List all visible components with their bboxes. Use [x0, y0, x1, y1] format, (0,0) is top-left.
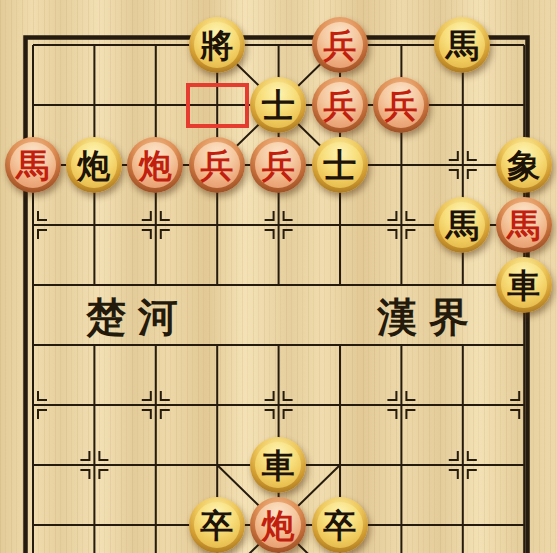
piece-glyph: 兵 — [323, 29, 356, 62]
piece-face: 炮 — [255, 502, 301, 548]
point-0-8[interactable] — [2, 495, 63, 553]
point-3-1[interactable] — [186, 75, 247, 135]
point-8-5[interactable] — [493, 315, 554, 375]
piece-red-soldier[interactable]: 兵 — [189, 137, 245, 193]
point-4-4[interactable] — [248, 255, 309, 315]
piece-glyph: 士 — [323, 149, 356, 182]
point-8-0[interactable] — [493, 15, 554, 75]
piece-black-general[interactable]: 將 — [189, 17, 245, 73]
point-4-1[interactable]: 士 — [248, 75, 309, 135]
piece-face: 兵 — [317, 22, 363, 68]
piece-face: 將 — [194, 22, 240, 68]
point-5-0[interactable]: 兵 — [309, 15, 370, 75]
point-7-5[interactable] — [432, 315, 493, 375]
point-6-7[interactable] — [370, 435, 431, 495]
point-5-8[interactable]: 卒 — [309, 495, 370, 553]
piece-glyph: 將 — [200, 29, 233, 62]
point-6-1[interactable]: 兵 — [370, 75, 431, 135]
piece-face: 炮 — [132, 142, 178, 188]
point-1-7[interactable] — [63, 435, 124, 495]
point-0-1[interactable] — [2, 75, 63, 135]
point-4-6[interactable] — [248, 375, 309, 435]
piece-face: 馬 — [501, 202, 547, 248]
point-6-3[interactable] — [370, 195, 431, 255]
piece-glyph: 兵 — [385, 89, 418, 122]
point-8-1[interactable] — [493, 75, 554, 135]
piece-glyph: 馬 — [16, 149, 49, 182]
point-3-5[interactable] — [186, 315, 247, 375]
point-1-8[interactable] — [63, 495, 124, 553]
piece-red-horse[interactable]: 馬 — [496, 197, 552, 253]
point-4-3[interactable] — [248, 195, 309, 255]
piece-glyph: 馬 — [507, 209, 540, 242]
piece-glyph: 象 — [507, 149, 540, 182]
point-7-4[interactable] — [432, 255, 493, 315]
point-2-8[interactable] — [125, 495, 186, 553]
point-5-5[interactable] — [309, 315, 370, 375]
piece-face: 兵 — [378, 82, 424, 128]
piece-glyph: 士 — [262, 89, 295, 122]
point-6-2[interactable] — [370, 135, 431, 195]
piece-glyph: 炮 — [262, 509, 295, 542]
point-3-2[interactable]: 兵 — [186, 135, 247, 195]
piece-red-soldier[interactable]: 兵 — [373, 77, 429, 133]
piece-face: 兵 — [255, 142, 301, 188]
piece-black-advisor[interactable]: 士 — [250, 77, 306, 133]
point-8-8[interactable] — [493, 495, 554, 553]
point-5-2[interactable]: 士 — [309, 135, 370, 195]
point-0-2[interactable]: 馬 — [2, 135, 63, 195]
point-0-7[interactable] — [2, 435, 63, 495]
piece-black-elephant[interactable]: 象 — [496, 137, 552, 193]
piece-face: 馬 — [439, 22, 485, 68]
piece-glyph: 馬 — [446, 209, 479, 242]
piece-red-cannon[interactable]: 炮 — [127, 137, 183, 193]
piece-glyph: 炮 — [78, 149, 111, 182]
point-8-6[interactable] — [493, 375, 554, 435]
point-7-2[interactable] — [432, 135, 493, 195]
point-8-4[interactable]: 車 — [493, 255, 554, 315]
piece-face: 象 — [501, 142, 547, 188]
piece-face: 馬 — [439, 202, 485, 248]
point-1-6[interactable] — [63, 375, 124, 435]
piece-glyph: 車 — [262, 449, 295, 482]
piece-glyph: 馬 — [446, 29, 479, 62]
piece-black-advisor[interactable]: 士 — [312, 137, 368, 193]
point-7-1[interactable] — [432, 75, 493, 135]
piece-glyph: 車 — [507, 269, 540, 302]
piece-red-cannon[interactable]: 炮 — [250, 497, 306, 553]
point-0-3[interactable] — [2, 195, 63, 255]
point-3-7[interactable] — [186, 435, 247, 495]
point-2-2[interactable]: 炮 — [125, 135, 186, 195]
piece-face: 車 — [501, 262, 547, 308]
point-6-4[interactable] — [370, 255, 431, 315]
point-5-6[interactable] — [309, 375, 370, 435]
piece-glyph: 兵 — [323, 89, 356, 122]
point-6-0[interactable] — [370, 15, 431, 75]
piece-glyph: 炮 — [139, 149, 172, 182]
piece-black-soldier[interactable]: 卒 — [312, 497, 368, 553]
point-3-4[interactable] — [186, 255, 247, 315]
point-7-3[interactable]: 馬 — [432, 195, 493, 255]
point-7-6[interactable] — [432, 375, 493, 435]
piece-glyph: 卒 — [200, 509, 233, 542]
point-7-8[interactable] — [432, 495, 493, 553]
point-4-2[interactable]: 兵 — [248, 135, 309, 195]
piece-black-horse[interactable]: 馬 — [434, 17, 490, 73]
piece-face: 士 — [317, 142, 363, 188]
point-2-0[interactable] — [125, 15, 186, 75]
piece-face: 士 — [255, 82, 301, 128]
point-5-3[interactable] — [309, 195, 370, 255]
board-points: 將兵馬士兵兵馬炮炮兵兵士象馬馬車車卒炮卒 — [2, 15, 555, 553]
point-5-4[interactable] — [309, 255, 370, 315]
point-5-1[interactable]: 兵 — [309, 75, 370, 135]
piece-red-soldier[interactable]: 兵 — [312, 77, 368, 133]
piece-face: 馬 — [10, 142, 56, 188]
piece-face: 卒 — [317, 502, 363, 548]
point-1-4[interactable] — [63, 255, 124, 315]
piece-face: 車 — [255, 442, 301, 488]
point-1-0[interactable] — [63, 15, 124, 75]
point-2-3[interactable] — [125, 195, 186, 255]
point-7-7[interactable] — [432, 435, 493, 495]
piece-black-chariot[interactable]: 車 — [496, 257, 552, 313]
piece-black-horse[interactable]: 馬 — [434, 197, 490, 253]
point-2-6[interactable] — [125, 375, 186, 435]
point-1-2[interactable]: 炮 — [63, 135, 124, 195]
point-0-4[interactable] — [2, 255, 63, 315]
piece-glyph: 卒 — [323, 509, 356, 542]
point-2-5[interactable] — [125, 315, 186, 375]
point-4-0[interactable] — [248, 15, 309, 75]
piece-face: 炮 — [71, 142, 117, 188]
point-8-2[interactable]: 象 — [493, 135, 554, 195]
piece-glyph: 兵 — [262, 149, 295, 182]
point-3-3[interactable] — [186, 195, 247, 255]
point-4-8[interactable]: 炮 — [248, 495, 309, 553]
point-1-5[interactable] — [63, 315, 124, 375]
point-8-3[interactable]: 馬 — [493, 195, 554, 255]
xiangqi-board: 楚河 漢界 將兵馬士兵兵馬炮炮兵兵士象馬馬車車卒炮卒 — [0, 0, 557, 553]
point-3-0[interactable]: 將 — [186, 15, 247, 75]
piece-red-horse[interactable]: 馬 — [5, 137, 61, 193]
point-6-5[interactable] — [370, 315, 431, 375]
piece-red-soldier[interactable]: 兵 — [312, 17, 368, 73]
point-8-7[interactable] — [493, 435, 554, 495]
piece-red-soldier[interactable]: 兵 — [250, 137, 306, 193]
point-4-5[interactable] — [248, 315, 309, 375]
piece-face: 兵 — [317, 82, 363, 128]
piece-face: 卒 — [194, 502, 240, 548]
point-5-7[interactable] — [309, 435, 370, 495]
piece-black-soldier[interactable]: 卒 — [189, 497, 245, 553]
point-0-0[interactable] — [2, 15, 63, 75]
point-2-4[interactable] — [125, 255, 186, 315]
point-4-7[interactable]: 車 — [248, 435, 309, 495]
piece-black-cannon[interactable]: 炮 — [66, 137, 122, 193]
piece-face: 兵 — [194, 142, 240, 188]
point-3-6[interactable] — [186, 375, 247, 435]
point-0-5[interactable] — [2, 315, 63, 375]
piece-black-chariot[interactable]: 車 — [250, 437, 306, 493]
point-1-3[interactable] — [63, 195, 124, 255]
point-3-8[interactable]: 卒 — [186, 495, 247, 553]
point-0-6[interactable] — [2, 375, 63, 435]
point-2-1[interactable] — [125, 75, 186, 135]
point-2-7[interactable] — [125, 435, 186, 495]
piece-glyph: 兵 — [200, 149, 233, 182]
point-6-6[interactable] — [370, 375, 431, 435]
point-7-0[interactable]: 馬 — [432, 15, 493, 75]
point-6-8[interactable] — [370, 495, 431, 553]
point-1-1[interactable] — [63, 75, 124, 135]
